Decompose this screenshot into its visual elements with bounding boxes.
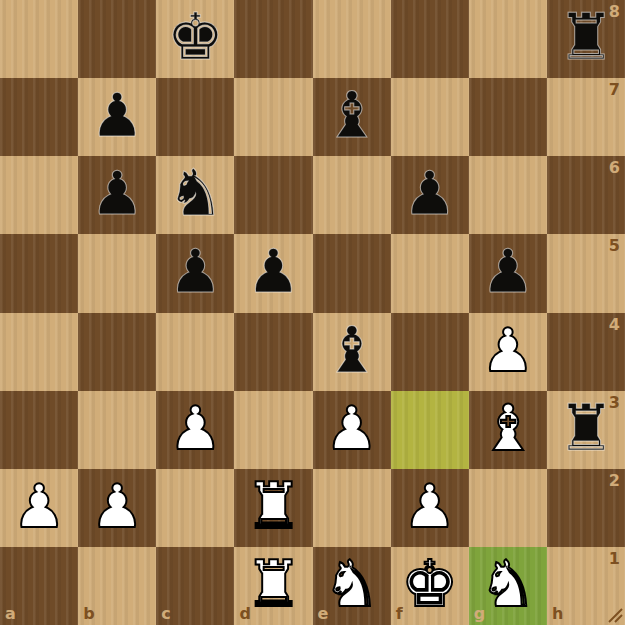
square-b7[interactable]: ♟	[78, 78, 156, 156]
coord-label-rank-2: 2	[609, 473, 620, 489]
black-pawn[interactable]: ♟	[403, 163, 457, 223]
square-h7[interactable]: 7	[547, 78, 625, 156]
square-c8[interactable]: ♚	[156, 0, 234, 78]
coord-label-file-b: b	[83, 606, 94, 622]
square-h3[interactable]: ♜3	[547, 391, 625, 469]
white-knight[interactable]: ♞	[323, 552, 380, 616]
square-d2[interactable]: ♜	[234, 469, 312, 547]
square-c7[interactable]	[156, 78, 234, 156]
square-a8[interactable]	[0, 0, 78, 78]
black-bishop[interactable]: ♝	[323, 83, 380, 147]
square-g6[interactable]	[469, 156, 547, 234]
square-a1[interactable]: a	[0, 547, 78, 625]
square-h5[interactable]: 5	[547, 234, 625, 312]
coord-label-rank-6: 6	[609, 160, 620, 176]
square-e7[interactable]: ♝	[313, 78, 391, 156]
square-a4[interactable]	[0, 313, 78, 391]
coord-label-file-d: d	[239, 606, 250, 622]
white-pawn[interactable]: ♟	[168, 398, 222, 458]
black-pawn[interactable]: ♟	[247, 241, 301, 301]
white-knight[interactable]: ♞	[479, 552, 536, 616]
square-d3[interactable]	[234, 391, 312, 469]
square-c5[interactable]: ♟	[156, 234, 234, 312]
square-b1[interactable]: b	[78, 547, 156, 625]
square-f4[interactable]	[391, 313, 469, 391]
square-g3[interactable]: ♝	[469, 391, 547, 469]
black-pawn[interactable]: ♟	[481, 241, 535, 301]
white-rook[interactable]: ♜	[245, 552, 302, 616]
white-pawn[interactable]: ♟	[481, 320, 535, 380]
square-f1[interactable]: ♚f	[391, 547, 469, 625]
white-rook[interactable]: ♜	[245, 474, 302, 538]
coord-label-file-a: a	[5, 606, 16, 622]
square-g5[interactable]: ♟	[469, 234, 547, 312]
square-e8[interactable]	[313, 0, 391, 78]
white-pawn[interactable]: ♟	[325, 398, 379, 458]
coord-label-rank-8: 8	[609, 4, 620, 20]
square-d1[interactable]: ♜d	[234, 547, 312, 625]
square-g1[interactable]: ♞g	[469, 547, 547, 625]
white-bishop[interactable]: ♝	[479, 396, 536, 460]
square-d4[interactable]	[234, 313, 312, 391]
square-d6[interactable]	[234, 156, 312, 234]
square-b3[interactable]	[78, 391, 156, 469]
coord-label-file-e: e	[318, 606, 329, 622]
square-h8[interactable]: ♜8	[547, 0, 625, 78]
square-c6[interactable]: ♞	[156, 156, 234, 234]
black-rook[interactable]: ♜	[557, 396, 614, 460]
square-b8[interactable]	[78, 0, 156, 78]
square-e5[interactable]	[313, 234, 391, 312]
coord-label-rank-3: 3	[609, 395, 620, 411]
chess-board: ♚♜8♟♝7♟♞♟6♟♟♟5♝♟4♟♟♝♜3♟♟♜♟2abc♜d♞e♚f♞g1h	[0, 0, 625, 625]
square-h2[interactable]: 2	[547, 469, 625, 547]
square-e3[interactable]: ♟	[313, 391, 391, 469]
black-pawn[interactable]: ♟	[90, 85, 144, 145]
square-c4[interactable]	[156, 313, 234, 391]
square-f2[interactable]: ♟	[391, 469, 469, 547]
coord-label-file-f: f	[396, 606, 403, 622]
resize-handle-icon[interactable]	[605, 605, 623, 623]
coord-label-file-h: h	[552, 606, 563, 622]
square-f3[interactable]	[391, 391, 469, 469]
square-b4[interactable]	[78, 313, 156, 391]
square-b6[interactable]: ♟	[78, 156, 156, 234]
square-h4[interactable]: 4	[547, 313, 625, 391]
white-pawn[interactable]: ♟	[403, 476, 457, 536]
square-g8[interactable]	[469, 0, 547, 78]
white-pawn[interactable]: ♟	[90, 476, 144, 536]
coord-label-rank-7: 7	[609, 82, 620, 98]
square-c1[interactable]: c	[156, 547, 234, 625]
square-a3[interactable]	[0, 391, 78, 469]
coord-label-file-c: c	[161, 606, 170, 622]
square-c2[interactable]	[156, 469, 234, 547]
square-d5[interactable]: ♟	[234, 234, 312, 312]
square-b2[interactable]: ♟	[78, 469, 156, 547]
square-a7[interactable]	[0, 78, 78, 156]
square-c3[interactable]: ♟	[156, 391, 234, 469]
coord-label-file-g: g	[474, 606, 485, 622]
square-d8[interactable]	[234, 0, 312, 78]
coord-label-rank-4: 4	[609, 317, 620, 333]
square-e4[interactable]: ♝	[313, 313, 391, 391]
square-g7[interactable]	[469, 78, 547, 156]
square-f7[interactable]	[391, 78, 469, 156]
black-king[interactable]: ♚	[167, 5, 224, 69]
black-pawn[interactable]: ♟	[90, 163, 144, 223]
square-b5[interactable]	[78, 234, 156, 312]
square-g4[interactable]: ♟	[469, 313, 547, 391]
black-knight[interactable]: ♞	[167, 161, 224, 225]
square-a5[interactable]	[0, 234, 78, 312]
square-f8[interactable]	[391, 0, 469, 78]
square-d7[interactable]	[234, 78, 312, 156]
square-e2[interactable]	[313, 469, 391, 547]
square-f5[interactable]	[391, 234, 469, 312]
coord-label-rank-5: 5	[609, 238, 620, 254]
white-king[interactable]: ♚	[401, 552, 458, 616]
square-g2[interactable]	[469, 469, 547, 547]
square-a2[interactable]: ♟	[0, 469, 78, 547]
square-h6[interactable]: 6	[547, 156, 625, 234]
square-f6[interactable]: ♟	[391, 156, 469, 234]
square-e6[interactable]	[313, 156, 391, 234]
square-e1[interactable]: ♞e	[313, 547, 391, 625]
black-bishop[interactable]: ♝	[323, 318, 380, 382]
black-rook[interactable]: ♜	[557, 5, 614, 69]
black-pawn[interactable]: ♟	[168, 241, 222, 301]
white-pawn[interactable]: ♟	[12, 476, 66, 536]
coord-label-rank-1: 1	[609, 551, 620, 567]
square-a6[interactable]	[0, 156, 78, 234]
